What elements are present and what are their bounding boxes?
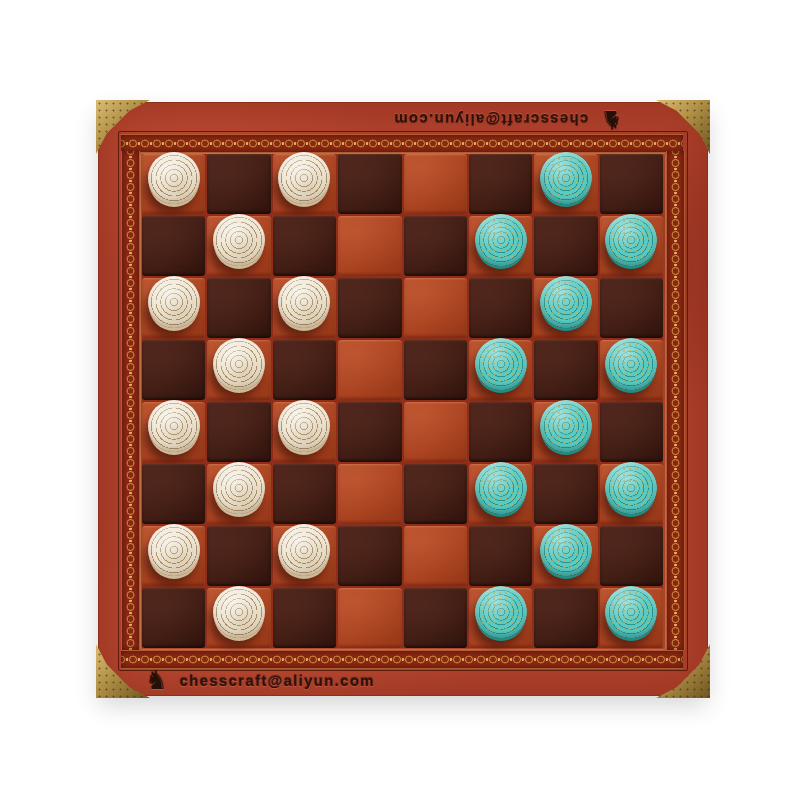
square-r6c2[interactable]: [207, 464, 270, 524]
square-r3c4[interactable]: [338, 278, 401, 338]
square-r6c8[interactable]: [600, 464, 663, 524]
square-r5c5[interactable]: [404, 402, 467, 462]
square-r3c7[interactable]: [534, 278, 597, 338]
square-r6c4[interactable]: [338, 464, 401, 524]
square-r5c8[interactable]: [600, 402, 663, 462]
square-r4c2[interactable]: [207, 340, 270, 400]
square-r5c1[interactable]: [142, 402, 205, 462]
square-r7c2[interactable]: [207, 526, 270, 586]
square-r1c4[interactable]: [338, 154, 401, 214]
square-r2c5[interactable]: [404, 216, 467, 276]
square-r4c1[interactable]: [142, 340, 205, 400]
square-r8c1[interactable]: [142, 588, 205, 648]
square-r3c6[interactable]: [469, 278, 532, 338]
checker-white[interactable]: [278, 400, 330, 452]
square-r7c4[interactable]: [338, 526, 401, 586]
checker-white[interactable]: [213, 214, 265, 266]
square-r1c1[interactable]: [142, 154, 205, 214]
square-r7c6[interactable]: [469, 526, 532, 586]
checker-white[interactable]: [213, 462, 265, 514]
square-r2c3[interactable]: [273, 216, 336, 276]
square-r2c7[interactable]: [534, 216, 597, 276]
checker-turquoise[interactable]: [475, 214, 527, 266]
square-r4c4[interactable]: [338, 340, 401, 400]
square-r4c8[interactable]: [600, 340, 663, 400]
square-r1c8[interactable]: [600, 154, 663, 214]
square-r2c2[interactable]: [207, 216, 270, 276]
square-r7c3[interactable]: [273, 526, 336, 586]
square-r8c7[interactable]: [534, 588, 597, 648]
square-r3c3[interactable]: [273, 278, 336, 338]
square-r4c5[interactable]: [404, 340, 467, 400]
square-r5c2[interactable]: [207, 402, 270, 462]
checker-turquoise[interactable]: [605, 338, 657, 390]
square-r8c3[interactable]: [273, 588, 336, 648]
square-r1c2[interactable]: [207, 154, 270, 214]
checker-white[interactable]: [148, 152, 200, 204]
square-r7c5[interactable]: [404, 526, 467, 586]
square-r2c8[interactable]: [600, 216, 663, 276]
square-r3c8[interactable]: [600, 278, 663, 338]
checker-turquoise[interactable]: [540, 276, 592, 328]
square-r7c8[interactable]: [600, 526, 663, 586]
square-r1c6[interactable]: [469, 154, 532, 214]
square-r8c4[interactable]: [338, 588, 401, 648]
square-r8c8[interactable]: [600, 588, 663, 648]
brand-stamp-bottom: ♞ chesscraft@aliyun.com: [145, 667, 375, 693]
checker-turquoise[interactable]: [605, 586, 657, 638]
square-r3c1[interactable]: [142, 278, 205, 338]
square-r4c6[interactable]: [469, 340, 532, 400]
knight-logo-icon: ♞: [145, 668, 167, 692]
checker-turquoise[interactable]: [605, 462, 657, 514]
checker-turquoise[interactable]: [540, 400, 592, 452]
square-r5c6[interactable]: [469, 402, 532, 462]
embossed-border-right: [666, 151, 685, 650]
embossed-border-left: [121, 151, 140, 650]
square-r5c4[interactable]: [338, 402, 401, 462]
checker-white[interactable]: [278, 152, 330, 204]
square-r2c1[interactable]: [142, 216, 205, 276]
square-r4c7[interactable]: [534, 340, 597, 400]
checker-white[interactable]: [213, 586, 265, 638]
checker-white[interactable]: [148, 524, 200, 576]
square-r4c3[interactable]: [273, 340, 336, 400]
checker-white[interactable]: [278, 524, 330, 576]
checker-turquoise[interactable]: [475, 586, 527, 638]
square-r6c3[interactable]: [273, 464, 336, 524]
square-r5c3[interactable]: [273, 402, 336, 462]
checker-white[interactable]: [213, 338, 265, 390]
square-r7c1[interactable]: [142, 526, 205, 586]
checker-white[interactable]: [278, 276, 330, 328]
square-r8c5[interactable]: [404, 588, 467, 648]
knight-logo-icon: ♞: [601, 108, 623, 132]
checker-white[interactable]: [148, 400, 200, 452]
square-r1c3[interactable]: [273, 154, 336, 214]
square-r6c1[interactable]: [142, 464, 205, 524]
square-r6c7[interactable]: [534, 464, 597, 524]
brand-stamp-top: ♞ chesscraft@aliyun.com: [393, 107, 623, 133]
square-r8c6[interactable]: [469, 588, 532, 648]
product-photo-stage: ♞ chesscraft@aliyun.com ♞ chesscraft@ali…: [0, 0, 800, 800]
embossed-border-top: [121, 134, 683, 153]
checker-turquoise[interactable]: [540, 524, 592, 576]
checker-turquoise[interactable]: [540, 152, 592, 204]
square-r1c7[interactable]: [534, 154, 597, 214]
square-r1c5[interactable]: [404, 154, 467, 214]
checker-white[interactable]: [148, 276, 200, 328]
square-r2c4[interactable]: [338, 216, 401, 276]
square-r6c5[interactable]: [404, 464, 467, 524]
square-r8c2[interactable]: [207, 588, 270, 648]
checker-turquoise[interactable]: [475, 462, 527, 514]
square-r7c7[interactable]: [534, 526, 597, 586]
checker-turquoise[interactable]: [475, 338, 527, 390]
square-r5c7[interactable]: [534, 402, 597, 462]
leather-board-mat: ♞ chesscraft@aliyun.com ♞ chesscraft@ali…: [98, 102, 708, 696]
brand-email-text: chesscraft@aliyun.com: [179, 672, 374, 689]
square-r3c5[interactable]: [404, 278, 467, 338]
square-r3c2[interactable]: [207, 278, 270, 338]
checkers-board[interactable]: [142, 154, 663, 648]
checker-turquoise[interactable]: [605, 214, 657, 266]
brand-email-text: chesscraft@aliyun.com: [393, 112, 588, 129]
square-r6c6[interactable]: [469, 464, 532, 524]
square-r2c6[interactable]: [469, 216, 532, 276]
